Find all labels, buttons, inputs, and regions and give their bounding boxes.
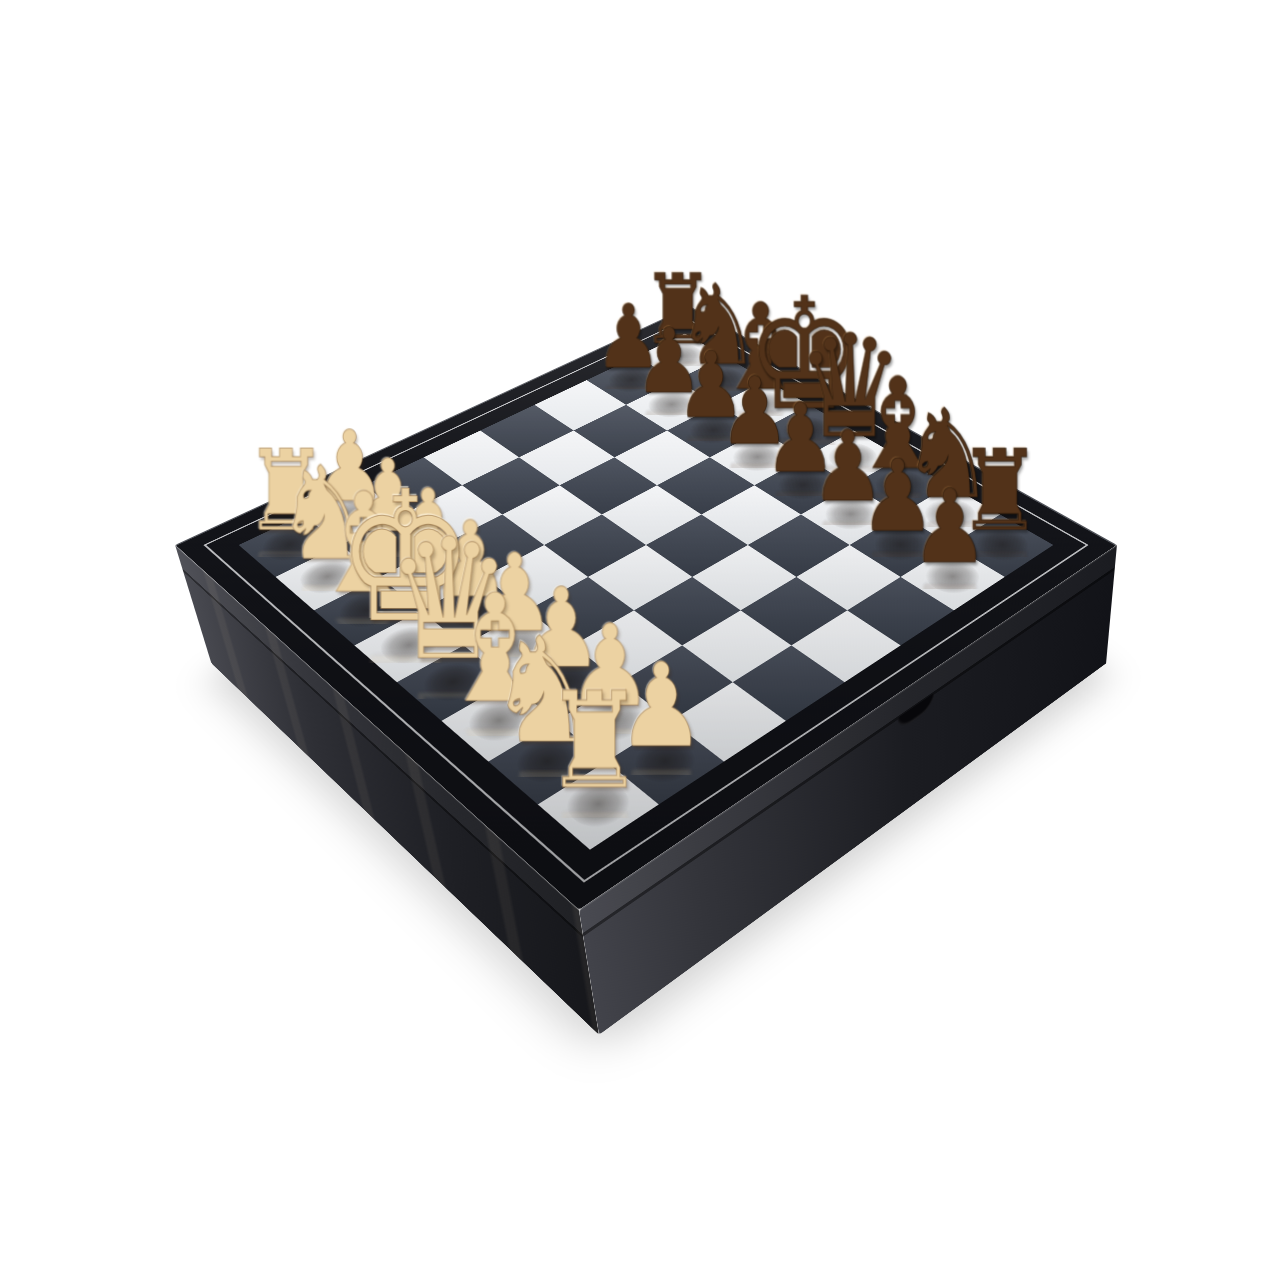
black-pawn-glyph: ♟ bbox=[854, 476, 1046, 578]
drawer-thumb-notch bbox=[898, 693, 935, 732]
product-photo: ♜♞♝♚♛♝♞♜♟♟♟♟♟♟♟♟♟♟♟♟♟♟♟♟♜♞♝♚♛♝♞♜ bbox=[0, 0, 1280, 1280]
white-rook-glyph: ♜ bbox=[483, 674, 705, 807]
chess-box: ♜♞♝♚♛♝♞♜♟♟♟♟♟♟♟♟♟♟♟♟♟♟♟♟♜♞♝♚♛♝♞♜ bbox=[175, 306, 1117, 910]
photo-scene: ♜♞♝♚♛♝♞♜♟♟♟♟♟♟♟♟♟♟♟♟♟♟♟♟♜♞♝♚♛♝♞♜ bbox=[0, 0, 1280, 1280]
